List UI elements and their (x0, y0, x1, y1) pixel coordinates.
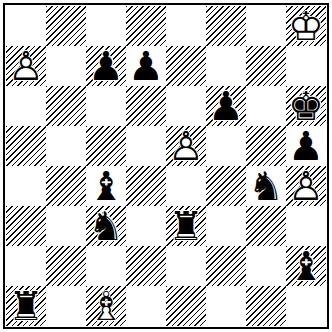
square-e8[interactable] (166, 6, 206, 46)
square-a8[interactable] (6, 6, 46, 46)
square-a4[interactable] (6, 166, 46, 206)
square-d2[interactable] (126, 246, 166, 286)
square-b4[interactable] (46, 166, 86, 206)
square-d5[interactable] (126, 126, 166, 166)
square-g3[interactable] (246, 206, 286, 246)
square-e1[interactable] (166, 286, 206, 326)
white-piece-outline: ♙ (8, 43, 44, 89)
white-bishop: ♝♗ (88, 286, 124, 326)
square-d7[interactable]: ♟ (126, 46, 166, 86)
square-h8[interactable]: ♚♔ (286, 6, 326, 46)
square-f8[interactable] (206, 6, 246, 46)
white-piece-outline: ♙ (288, 163, 324, 209)
square-h4[interactable]: ♟♙ (286, 166, 326, 206)
square-f7[interactable] (206, 46, 246, 86)
black-knight: ♞ (88, 206, 124, 246)
white-pawn: ♟♙ (288, 166, 324, 206)
square-a1[interactable]: ♜ (6, 286, 46, 326)
black-bishop: ♝ (288, 246, 324, 286)
square-a7[interactable]: ♟♙ (6, 46, 46, 86)
square-c6[interactable] (86, 86, 126, 126)
black-pawn: ♟ (88, 46, 124, 86)
square-g4[interactable]: ♞ (246, 166, 286, 206)
square-e5[interactable]: ♟♙ (166, 126, 206, 166)
square-f5[interactable] (206, 126, 246, 166)
square-b1[interactable] (46, 286, 86, 326)
black-king: ♚ (288, 86, 324, 126)
square-g7[interactable] (246, 46, 286, 86)
square-b8[interactable] (46, 6, 86, 46)
white-king: ♚♔ (288, 6, 324, 46)
board-grid: ♚♔♟♙♟♟♟♚♟♙♟♝♞♟♙♞♜♝♜♝♗ (6, 6, 326, 326)
square-d6[interactable] (126, 86, 166, 126)
square-g5[interactable] (246, 126, 286, 166)
square-f6[interactable]: ♟ (206, 86, 246, 126)
square-h1[interactable] (286, 286, 326, 326)
square-b7[interactable] (46, 46, 86, 86)
square-h2[interactable]: ♝ (286, 246, 326, 286)
square-g8[interactable] (246, 6, 286, 46)
square-b2[interactable] (46, 246, 86, 286)
white-pawn: ♟♙ (8, 46, 44, 86)
white-piece-outline: ♔ (288, 3, 324, 49)
square-d4[interactable] (126, 166, 166, 206)
square-b6[interactable] (46, 86, 86, 126)
square-d1[interactable] (126, 286, 166, 326)
square-g6[interactable] (246, 86, 286, 126)
square-c3[interactable]: ♞ (86, 206, 126, 246)
square-f2[interactable] (206, 246, 246, 286)
black-bishop: ♝ (88, 166, 124, 206)
square-h7[interactable] (286, 46, 326, 86)
square-e6[interactable] (166, 86, 206, 126)
square-e7[interactable] (166, 46, 206, 86)
black-knight: ♞ (248, 166, 284, 206)
square-c2[interactable] (86, 246, 126, 286)
square-c7[interactable]: ♟ (86, 46, 126, 86)
square-h5[interactable]: ♟ (286, 126, 326, 166)
white-piece-outline: ♗ (88, 283, 124, 329)
black-rook: ♜ (168, 206, 204, 246)
square-c4[interactable]: ♝ (86, 166, 126, 206)
square-d8[interactable] (126, 6, 166, 46)
square-h3[interactable] (286, 206, 326, 246)
square-c5[interactable] (86, 126, 126, 166)
square-f1[interactable] (206, 286, 246, 326)
square-b5[interactable] (46, 126, 86, 166)
square-g1[interactable] (246, 286, 286, 326)
square-e4[interactable] (166, 166, 206, 206)
black-pawn: ♟ (128, 46, 164, 86)
square-e2[interactable] (166, 246, 206, 286)
square-g2[interactable] (246, 246, 286, 286)
square-b3[interactable] (46, 206, 86, 246)
black-rook: ♜ (8, 286, 44, 326)
square-d3[interactable] (126, 206, 166, 246)
white-piece-outline: ♙ (168, 123, 204, 169)
black-pawn: ♟ (288, 126, 324, 166)
black-pawn: ♟ (208, 86, 244, 126)
chessboard: ♚♔♟♙♟♟♟♚♟♙♟♝♞♟♙♞♜♝♜♝♗ (3, 3, 329, 329)
square-e3[interactable]: ♜ (166, 206, 206, 246)
square-a3[interactable] (6, 206, 46, 246)
square-a6[interactable] (6, 86, 46, 126)
square-f4[interactable] (206, 166, 246, 206)
square-c1[interactable]: ♝♗ (86, 286, 126, 326)
square-c8[interactable] (86, 6, 126, 46)
square-a2[interactable] (6, 246, 46, 286)
square-a5[interactable] (6, 126, 46, 166)
square-f3[interactable] (206, 206, 246, 246)
square-h6[interactable]: ♚ (286, 86, 326, 126)
white-pawn: ♟♙ (168, 126, 204, 166)
